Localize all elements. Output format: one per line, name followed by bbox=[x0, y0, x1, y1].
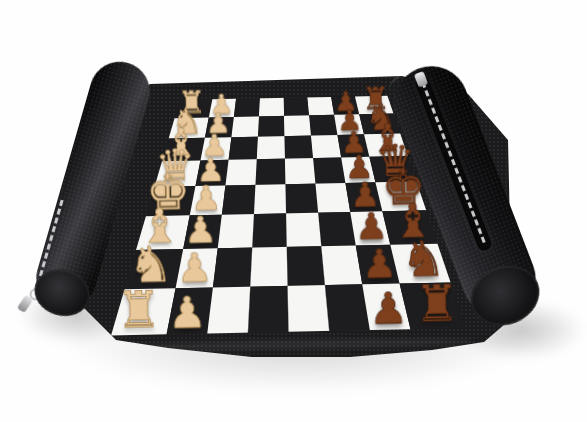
square-c5 bbox=[284, 135, 313, 158]
chess-set-photo: ♜♟♟♜♞♟♟♞♝♟♟♝♛♟♟♛♚♟♟♚♝♟♟♝♞♟♟♞♜♟♟♜ bbox=[0, 0, 587, 422]
square-h2: ♟ bbox=[167, 287, 213, 334]
square-a6 bbox=[307, 97, 334, 115]
square-d4 bbox=[256, 159, 286, 185]
square-h8: ♜ bbox=[399, 282, 466, 329]
piece-white-pawn: ♟ bbox=[176, 248, 212, 288]
square-f4 bbox=[252, 213, 286, 247]
square-h5 bbox=[288, 285, 330, 332]
square-h3 bbox=[207, 287, 250, 334]
square-g6 bbox=[321, 245, 362, 285]
square-a5 bbox=[284, 97, 309, 116]
square-d3 bbox=[226, 159, 257, 185]
square-e3 bbox=[222, 185, 256, 215]
square-f3 bbox=[218, 214, 254, 248]
square-a3 bbox=[234, 98, 260, 117]
square-d5 bbox=[285, 158, 315, 184]
square-g4 bbox=[250, 247, 287, 287]
square-g5 bbox=[287, 246, 325, 286]
square-e5 bbox=[285, 184, 318, 214]
piece-white-pawn: ♟ bbox=[167, 290, 207, 334]
square-c4 bbox=[257, 136, 285, 159]
square-e6 bbox=[315, 183, 350, 213]
square-a4 bbox=[259, 98, 284, 117]
square-b3 bbox=[232, 116, 259, 137]
square-b4 bbox=[258, 116, 284, 137]
square-c3 bbox=[229, 137, 258, 160]
square-c6 bbox=[311, 135, 341, 158]
square-h4 bbox=[248, 286, 289, 333]
square-e4 bbox=[254, 184, 286, 214]
square-b6 bbox=[309, 115, 337, 136]
piece-black-rook: ♜ bbox=[414, 278, 460, 329]
square-d6 bbox=[313, 157, 345, 183]
square-b5 bbox=[284, 115, 311, 136]
square-g7: ♟ bbox=[356, 245, 400, 285]
square-g3 bbox=[213, 248, 252, 288]
square-f5 bbox=[286, 213, 321, 247]
square-h7: ♟ bbox=[362, 283, 410, 330]
square-h1: ♜ bbox=[111, 288, 176, 335]
piece-black-pawn: ♟ bbox=[362, 244, 398, 284]
piece-black-pawn: ♟ bbox=[369, 286, 409, 330]
square-g2: ♟ bbox=[176, 248, 218, 288]
piece-white-rook: ♜ bbox=[116, 285, 162, 336]
